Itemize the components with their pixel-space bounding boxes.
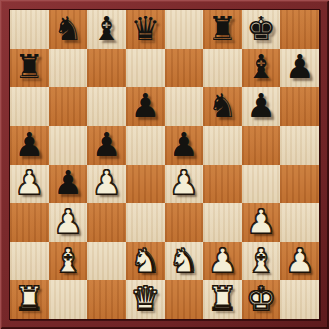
square-a3[interactable]: [10, 203, 49, 242]
piece-white-pawn[interactable]: ♟: [49, 203, 88, 242]
square-a4[interactable]: ♟: [10, 165, 49, 204]
square-f8[interactable]: ♜: [203, 10, 242, 49]
square-b3[interactable]: ♟: [49, 203, 88, 242]
square-d4[interactable]: [126, 165, 165, 204]
square-g2[interactable]: ♝: [242, 242, 281, 281]
square-d7[interactable]: [126, 49, 165, 88]
square-a8[interactable]: [10, 10, 49, 49]
square-g8[interactable]: ♚: [242, 10, 281, 49]
piece-black-pawn[interactable]: ♟: [280, 49, 319, 88]
square-f3[interactable]: [203, 203, 242, 242]
square-b1[interactable]: [49, 280, 88, 319]
square-e5[interactable]: ♟: [165, 126, 204, 165]
square-g5[interactable]: [242, 126, 281, 165]
piece-white-bishop[interactable]: ♝: [242, 242, 281, 281]
piece-black-knight[interactable]: ♞: [203, 87, 242, 126]
square-f6[interactable]: ♞: [203, 87, 242, 126]
piece-white-pawn[interactable]: ♟: [242, 203, 281, 242]
square-e8[interactable]: [165, 10, 204, 49]
square-c5[interactable]: ♟: [87, 126, 126, 165]
piece-white-pawn[interactable]: ♟: [165, 165, 204, 204]
square-g7[interactable]: ♝: [242, 49, 281, 88]
square-h7[interactable]: ♟: [280, 49, 319, 88]
piece-black-pawn[interactable]: ♟: [242, 87, 281, 126]
chess-board-frame: ♞♝♛♜♚♜♝♟♟♞♟♟♟♟♟♟♟♟♟♟♝♞♞♟♝♟♜♛♜♚: [0, 0, 329, 329]
square-b7[interactable]: [49, 49, 88, 88]
square-b6[interactable]: [49, 87, 88, 126]
square-h8[interactable]: [280, 10, 319, 49]
square-c8[interactable]: ♝: [87, 10, 126, 49]
square-f2[interactable]: ♟: [203, 242, 242, 281]
piece-white-pawn[interactable]: ♟: [87, 165, 126, 204]
piece-black-bishop[interactable]: ♝: [242, 49, 281, 88]
square-d8[interactable]: ♛: [126, 10, 165, 49]
square-b5[interactable]: [49, 126, 88, 165]
square-a1[interactable]: ♜: [10, 280, 49, 319]
piece-black-knight[interactable]: ♞: [49, 10, 88, 49]
piece-white-bishop[interactable]: ♝: [49, 242, 88, 281]
square-f7[interactable]: [203, 49, 242, 88]
square-g3[interactable]: ♟: [242, 203, 281, 242]
piece-black-rook[interactable]: ♜: [10, 49, 49, 88]
square-h1[interactable]: [280, 280, 319, 319]
piece-white-rook[interactable]: ♜: [10, 280, 49, 319]
square-c1[interactable]: [87, 280, 126, 319]
square-h2[interactable]: ♟: [280, 242, 319, 281]
square-e7[interactable]: [165, 49, 204, 88]
square-f4[interactable]: [203, 165, 242, 204]
piece-white-knight[interactable]: ♞: [165, 242, 204, 281]
square-c4[interactable]: ♟: [87, 165, 126, 204]
square-e4[interactable]: ♟: [165, 165, 204, 204]
piece-black-bishop[interactable]: ♝: [87, 10, 126, 49]
square-c7[interactable]: [87, 49, 126, 88]
square-c3[interactable]: [87, 203, 126, 242]
square-d1[interactable]: ♛: [126, 280, 165, 319]
square-g1[interactable]: ♚: [242, 280, 281, 319]
square-h6[interactable]: [280, 87, 319, 126]
piece-black-pawn[interactable]: ♟: [165, 126, 204, 165]
piece-white-rook[interactable]: ♜: [203, 280, 242, 319]
piece-white-pawn[interactable]: ♟: [10, 165, 49, 204]
square-h5[interactable]: [280, 126, 319, 165]
square-d3[interactable]: [126, 203, 165, 242]
piece-black-queen[interactable]: ♛: [126, 10, 165, 49]
square-d2[interactable]: ♞: [126, 242, 165, 281]
piece-white-king[interactable]: ♚: [242, 280, 281, 319]
square-d5[interactable]: [126, 126, 165, 165]
square-a2[interactable]: [10, 242, 49, 281]
square-a6[interactable]: [10, 87, 49, 126]
piece-black-pawn[interactable]: ♟: [126, 87, 165, 126]
piece-black-pawn[interactable]: ♟: [49, 165, 88, 204]
square-h3[interactable]: [280, 203, 319, 242]
square-b4[interactable]: ♟: [49, 165, 88, 204]
piece-white-queen[interactable]: ♛: [126, 280, 165, 319]
square-b2[interactable]: ♝: [49, 242, 88, 281]
square-b8[interactable]: ♞: [49, 10, 88, 49]
square-h4[interactable]: [280, 165, 319, 204]
piece-white-pawn[interactable]: ♟: [203, 242, 242, 281]
square-f1[interactable]: ♜: [203, 280, 242, 319]
piece-black-king[interactable]: ♚: [242, 10, 281, 49]
square-g4[interactable]: [242, 165, 281, 204]
square-a5[interactable]: ♟: [10, 126, 49, 165]
square-a7[interactable]: ♜: [10, 49, 49, 88]
square-c6[interactable]: [87, 87, 126, 126]
square-e1[interactable]: [165, 280, 204, 319]
chess-board: ♞♝♛♜♚♜♝♟♟♞♟♟♟♟♟♟♟♟♟♟♝♞♞♟♝♟♜♛♜♚: [10, 10, 319, 319]
square-g6[interactable]: ♟: [242, 87, 281, 126]
piece-white-knight[interactable]: ♞: [126, 242, 165, 281]
square-f5[interactable]: [203, 126, 242, 165]
square-d6[interactable]: ♟: [126, 87, 165, 126]
square-c2[interactable]: [87, 242, 126, 281]
square-e6[interactable]: [165, 87, 204, 126]
piece-white-pawn[interactable]: ♟: [280, 242, 319, 281]
square-e2[interactable]: ♞: [165, 242, 204, 281]
piece-black-pawn[interactable]: ♟: [10, 126, 49, 165]
square-e3[interactable]: [165, 203, 204, 242]
piece-black-rook[interactable]: ♜: [203, 10, 242, 49]
piece-black-pawn[interactable]: ♟: [87, 126, 126, 165]
